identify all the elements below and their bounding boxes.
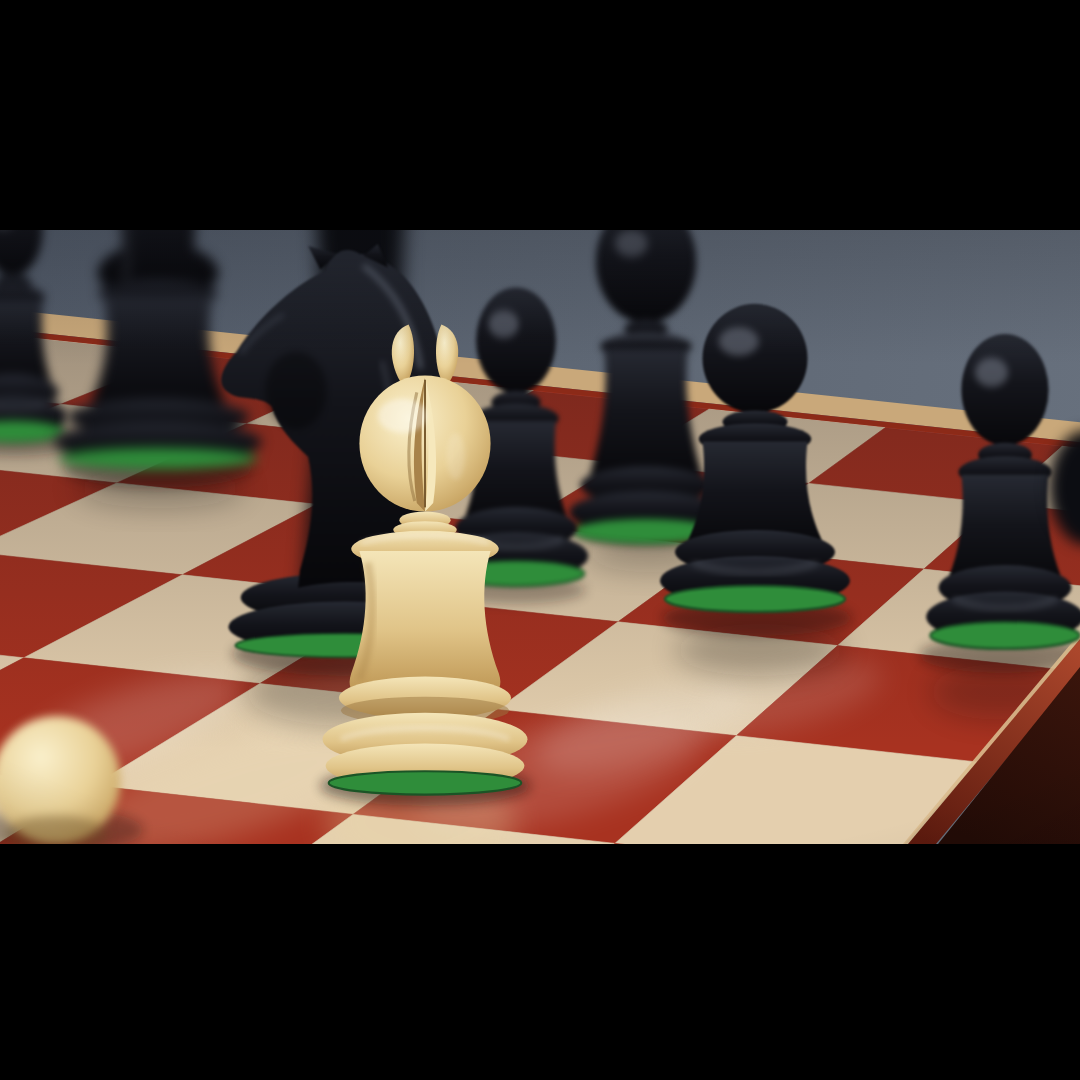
white-bishop-figure — [300, 318, 550, 818]
black-pawn-g6 — [655, 296, 855, 621]
black-pawn-g6-figure — [655, 296, 855, 621]
letterbox-bottom — [0, 844, 1080, 1080]
photo-stage — [0, 0, 1080, 1080]
letterbox-top — [0, 0, 1080, 230]
white-pawn — [0, 710, 133, 844]
white-pawn-figure — [0, 710, 133, 844]
chess-photo — [0, 230, 1080, 844]
black-pawn-right-edge — [1042, 428, 1080, 553]
white-bishop — [300, 318, 550, 818]
black-pawn-right-edge-figure — [1042, 428, 1080, 553]
